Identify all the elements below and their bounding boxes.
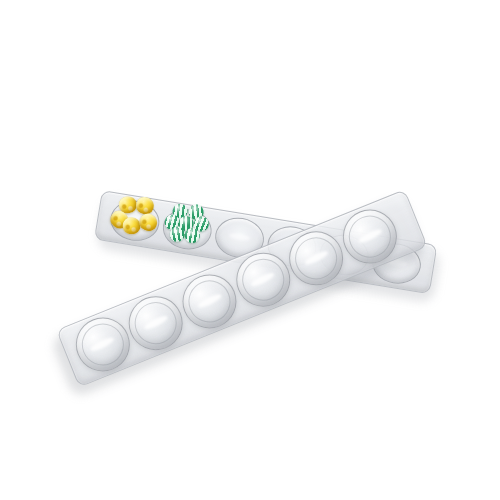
yellow-seed (136, 211, 160, 234)
back-tray-pit-2[interactable] (160, 206, 215, 253)
back-tray-pit-1[interactable] (108, 197, 163, 244)
product-photo-scene (0, 0, 500, 500)
yellow-seed-cluster (109, 198, 162, 243)
yellow-seed (122, 217, 140, 234)
green-seed-cluster (161, 207, 214, 252)
